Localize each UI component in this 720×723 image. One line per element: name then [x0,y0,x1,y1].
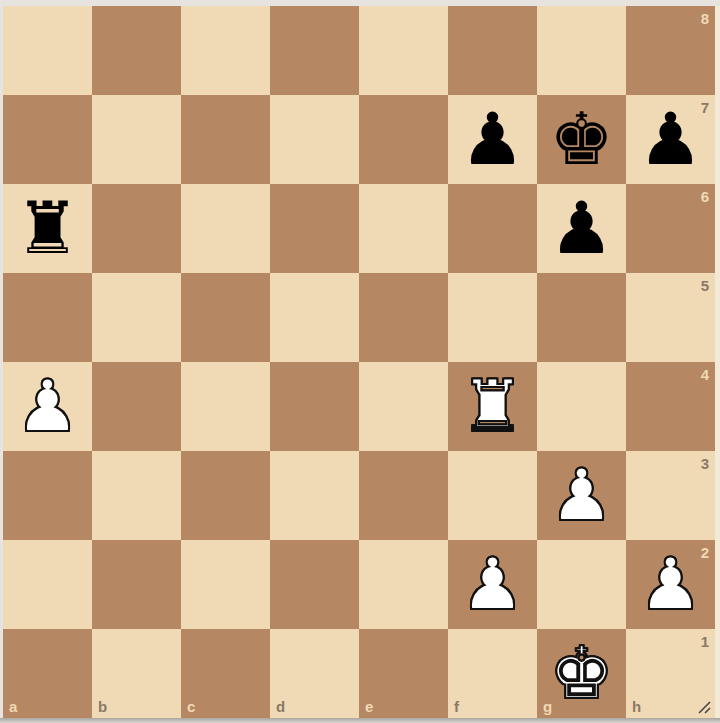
file-label-d: d [276,699,285,714]
square-c5[interactable] [181,273,270,362]
square-d8[interactable] [270,6,359,95]
piece-black-pawn[interactable]: ♟ [460,95,525,184]
piece-black-pawn[interactable]: ♟ [638,95,703,184]
square-c7[interactable] [181,95,270,184]
square-a7[interactable] [3,95,92,184]
square-g1[interactable]: ♚g [537,629,626,718]
square-d3[interactable] [270,451,359,540]
square-b8[interactable] [92,6,181,95]
square-a2[interactable] [3,540,92,629]
rank-label-8: 8 [701,11,709,26]
square-f3[interactable] [448,451,537,540]
square-d6[interactable] [270,184,359,273]
square-g6[interactable]: ♟ [537,184,626,273]
square-f5[interactable] [448,273,537,362]
file-label-f: f [454,699,459,714]
square-a6[interactable]: ♜ [3,184,92,273]
square-d4[interactable] [270,362,359,451]
square-b4[interactable] [92,362,181,451]
square-d5[interactable] [270,273,359,362]
square-h7[interactable]: ♟7 [626,95,715,184]
square-e8[interactable] [359,6,448,95]
square-b5[interactable] [92,273,181,362]
rank-label-2: 2 [701,545,709,560]
rank-label-5: 5 [701,278,709,293]
square-e5[interactable] [359,273,448,362]
piece-black-king[interactable]: ♚ [549,95,614,184]
square-g7[interactable]: ♚ [537,95,626,184]
square-a3[interactable] [3,451,92,540]
square-g3[interactable]: ♟ [537,451,626,540]
square-c4[interactable] [181,362,270,451]
file-label-g: g [543,699,552,714]
piece-white-pawn[interactable]: ♟ [638,540,703,629]
piece-white-pawn[interactable]: ♟ [15,362,80,451]
rank-label-3: 3 [701,456,709,471]
square-h1[interactable]: 1h [626,629,715,718]
square-b6[interactable] [92,184,181,273]
square-e4[interactable] [359,362,448,451]
square-a5[interactable] [3,273,92,362]
square-e2[interactable] [359,540,448,629]
square-d1[interactable]: d [270,629,359,718]
piece-white-rook[interactable]: ♜ [460,362,525,451]
square-e1[interactable]: e [359,629,448,718]
rank-label-4: 4 [701,367,709,382]
file-label-a: a [9,699,17,714]
square-g4[interactable] [537,362,626,451]
piece-black-rook[interactable]: ♜ [15,184,80,273]
square-f1[interactable]: f [448,629,537,718]
square-b3[interactable] [92,451,181,540]
square-c8[interactable] [181,6,270,95]
square-h4[interactable]: 4 [626,362,715,451]
file-label-b: b [98,699,107,714]
right-border [715,6,720,718]
square-d7[interactable] [270,95,359,184]
file-label-h: h [632,699,641,714]
square-h6[interactable]: 6 [626,184,715,273]
square-e6[interactable] [359,184,448,273]
square-f2[interactable]: ♟ [448,540,537,629]
square-a4[interactable]: ♟ [3,362,92,451]
rank-label-6: 6 [701,189,709,204]
square-e3[interactable] [359,451,448,540]
square-a8[interactable] [3,6,92,95]
square-c1[interactable]: c [181,629,270,718]
square-d2[interactable] [270,540,359,629]
rank-label-1: 1 [701,634,709,649]
square-b2[interactable] [92,540,181,629]
square-a1[interactable]: a [3,629,92,718]
square-c2[interactable] [181,540,270,629]
square-h8[interactable]: 8 [626,6,715,95]
chess-board: 8♟♚♟7♜♟65♟♜4♟3♟♟2abcdef♚g1h [3,6,715,718]
file-label-c: c [187,699,195,714]
rank-label-7: 7 [701,100,709,115]
square-h3[interactable]: 3 [626,451,715,540]
square-c3[interactable] [181,451,270,540]
resize-handle-icon[interactable] [696,699,712,715]
square-b1[interactable]: b [92,629,181,718]
square-h2[interactable]: ♟2 [626,540,715,629]
square-h5[interactable]: 5 [626,273,715,362]
square-c6[interactable] [181,184,270,273]
piece-white-king[interactable]: ♚ [549,629,614,718]
square-b7[interactable] [92,95,181,184]
square-g2[interactable] [537,540,626,629]
square-e7[interactable] [359,95,448,184]
piece-black-pawn[interactable]: ♟ [549,184,614,273]
bottom-border [0,718,720,723]
square-g5[interactable] [537,273,626,362]
square-f4[interactable]: ♜ [448,362,537,451]
square-f7[interactable]: ♟ [448,95,537,184]
file-label-e: e [365,699,373,714]
piece-white-pawn[interactable]: ♟ [549,451,614,540]
piece-white-pawn[interactable]: ♟ [460,540,525,629]
square-f6[interactable] [448,184,537,273]
chess-board-screen: 8♟♚♟7♜♟65♟♜4♟3♟♟2abcdef♚g1h [0,0,720,723]
square-g8[interactable] [537,6,626,95]
square-f8[interactable] [448,6,537,95]
